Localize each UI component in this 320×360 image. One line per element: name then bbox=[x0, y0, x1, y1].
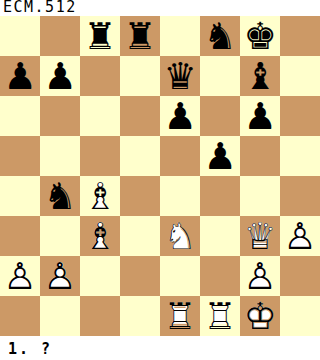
square-h7[interactable] bbox=[280, 56, 320, 96]
square-c3[interactable]: ♝♗ bbox=[80, 216, 120, 256]
square-a7[interactable]: ♟ bbox=[0, 56, 40, 96]
square-d4[interactable] bbox=[120, 176, 160, 216]
square-d1[interactable] bbox=[120, 296, 160, 336]
piece-white-pawn[interactable]: ♟♙ bbox=[40, 256, 80, 296]
square-c1[interactable] bbox=[80, 296, 120, 336]
piece-black-pawn[interactable]: ♟ bbox=[240, 96, 280, 136]
piece-glyph: ♟ bbox=[240, 96, 280, 136]
piece-black-bishop[interactable]: ♝ bbox=[240, 56, 280, 96]
square-c6[interactable] bbox=[80, 96, 120, 136]
piece-glyph-outline: ♙ bbox=[0, 256, 40, 296]
square-h1[interactable] bbox=[280, 296, 320, 336]
piece-glyph-outline: ♙ bbox=[240, 256, 280, 296]
piece-black-pawn[interactable]: ♟ bbox=[0, 56, 40, 96]
square-a3[interactable] bbox=[0, 216, 40, 256]
piece-glyph: ♟ bbox=[200, 136, 240, 176]
piece-white-bishop[interactable]: ♝♗ bbox=[80, 176, 120, 216]
square-b2[interactable]: ♟♙ bbox=[40, 256, 80, 296]
square-c2[interactable] bbox=[80, 256, 120, 296]
piece-glyph: ♞ bbox=[200, 16, 240, 56]
piece-white-bishop[interactable]: ♝♗ bbox=[80, 216, 120, 256]
square-f3[interactable] bbox=[200, 216, 240, 256]
piece-white-king[interactable]: ♚♔ bbox=[240, 296, 280, 336]
square-b7[interactable]: ♟ bbox=[40, 56, 80, 96]
square-g2[interactable]: ♟♙ bbox=[240, 256, 280, 296]
piece-white-pawn[interactable]: ♟♙ bbox=[280, 216, 320, 256]
move-prompt: 1. ? bbox=[0, 336, 320, 360]
piece-glyph-outline: ♔ bbox=[240, 296, 280, 336]
square-g1[interactable]: ♚♔ bbox=[240, 296, 280, 336]
piece-glyph-outline: ♙ bbox=[40, 256, 80, 296]
piece-black-rook[interactable]: ♜ bbox=[120, 16, 160, 56]
page-title: ECM.512 bbox=[0, 0, 320, 16]
square-e3[interactable]: ♞♘ bbox=[160, 216, 200, 256]
piece-black-knight[interactable]: ♞ bbox=[200, 16, 240, 56]
chess-board: ♜♜♞♚♟♟♛♝♟♟♟♞♝♗♝♗♞♘♛♕♟♙♟♙♟♙♟♙♜♖♜♖♚♔ bbox=[0, 16, 320, 336]
square-f7[interactable] bbox=[200, 56, 240, 96]
piece-glyph: ♟ bbox=[0, 56, 40, 96]
square-b8[interactable] bbox=[40, 16, 80, 56]
square-h2[interactable] bbox=[280, 256, 320, 296]
piece-glyph: ♟ bbox=[40, 56, 80, 96]
square-d5[interactable] bbox=[120, 136, 160, 176]
piece-black-king[interactable]: ♚ bbox=[240, 16, 280, 56]
square-c7[interactable] bbox=[80, 56, 120, 96]
square-a6[interactable] bbox=[0, 96, 40, 136]
piece-glyph: ♟ bbox=[160, 96, 200, 136]
square-e6[interactable]: ♟ bbox=[160, 96, 200, 136]
square-g4[interactable] bbox=[240, 176, 280, 216]
piece-black-pawn[interactable]: ♟ bbox=[40, 56, 80, 96]
square-a1[interactable] bbox=[0, 296, 40, 336]
square-e2[interactable] bbox=[160, 256, 200, 296]
piece-glyph-outline: ♗ bbox=[80, 216, 120, 256]
piece-glyph: ♛ bbox=[160, 56, 200, 96]
piece-white-rook[interactable]: ♜♖ bbox=[160, 296, 200, 336]
piece-glyph-outline: ♖ bbox=[160, 296, 200, 336]
square-e8[interactable] bbox=[160, 16, 200, 56]
piece-glyph: ♝ bbox=[240, 56, 280, 96]
piece-black-knight[interactable]: ♞ bbox=[40, 176, 80, 216]
square-d7[interactable] bbox=[120, 56, 160, 96]
square-d8[interactable]: ♜ bbox=[120, 16, 160, 56]
square-a5[interactable] bbox=[0, 136, 40, 176]
square-b1[interactable] bbox=[40, 296, 80, 336]
square-g6[interactable]: ♟ bbox=[240, 96, 280, 136]
piece-white-queen[interactable]: ♛♕ bbox=[240, 216, 280, 256]
square-e4[interactable] bbox=[160, 176, 200, 216]
square-d3[interactable] bbox=[120, 216, 160, 256]
square-h5[interactable] bbox=[280, 136, 320, 176]
piece-glyph-outline: ♕ bbox=[240, 216, 280, 256]
piece-black-rook[interactable]: ♜ bbox=[80, 16, 120, 56]
piece-glyph: ♜ bbox=[120, 16, 160, 56]
square-e7[interactable]: ♛ bbox=[160, 56, 200, 96]
square-e1[interactable]: ♜♖ bbox=[160, 296, 200, 336]
square-c8[interactable]: ♜ bbox=[80, 16, 120, 56]
square-a8[interactable] bbox=[0, 16, 40, 56]
chess-problem-app: ECM.512 ♜♜♞♚♟♟♛♝♟♟♟♞♝♗♝♗♞♘♛♕♟♙♟♙♟♙♟♙♜♖♜♖… bbox=[0, 0, 320, 360]
square-f5[interactable]: ♟ bbox=[200, 136, 240, 176]
piece-glyph-outline: ♙ bbox=[280, 216, 320, 256]
square-e5[interactable] bbox=[160, 136, 200, 176]
piece-glyph: ♞ bbox=[40, 176, 80, 216]
square-g7[interactable]: ♝ bbox=[240, 56, 280, 96]
piece-glyph-outline: ♗ bbox=[80, 176, 120, 216]
piece-white-pawn[interactable]: ♟♙ bbox=[0, 256, 40, 296]
piece-white-rook[interactable]: ♜♖ bbox=[200, 296, 240, 336]
square-h4[interactable] bbox=[280, 176, 320, 216]
square-a4[interactable] bbox=[0, 176, 40, 216]
square-b6[interactable] bbox=[40, 96, 80, 136]
square-g8[interactable]: ♚ bbox=[240, 16, 280, 56]
piece-black-queen[interactable]: ♛ bbox=[160, 56, 200, 96]
square-h8[interactable] bbox=[280, 16, 320, 56]
square-b5[interactable] bbox=[40, 136, 80, 176]
square-f8[interactable]: ♞ bbox=[200, 16, 240, 56]
square-h6[interactable] bbox=[280, 96, 320, 136]
piece-black-pawn[interactable]: ♟ bbox=[160, 96, 200, 136]
square-g5[interactable] bbox=[240, 136, 280, 176]
piece-glyph-outline: ♖ bbox=[200, 296, 240, 336]
square-f4[interactable] bbox=[200, 176, 240, 216]
piece-white-knight[interactable]: ♞♘ bbox=[160, 216, 200, 256]
square-f1[interactable]: ♜♖ bbox=[200, 296, 240, 336]
piece-glyph: ♚ bbox=[240, 16, 280, 56]
square-d2[interactable] bbox=[120, 256, 160, 296]
square-b4[interactable]: ♞ bbox=[40, 176, 80, 216]
square-d6[interactable] bbox=[120, 96, 160, 136]
piece-glyph: ♜ bbox=[80, 16, 120, 56]
square-f6[interactable] bbox=[200, 96, 240, 136]
square-c5[interactable] bbox=[80, 136, 120, 176]
piece-glyph-outline: ♘ bbox=[160, 216, 200, 256]
square-a2[interactable]: ♟♙ bbox=[0, 256, 40, 296]
piece-black-pawn[interactable]: ♟ bbox=[200, 136, 240, 176]
square-h3[interactable]: ♟♙ bbox=[280, 216, 320, 256]
square-c4[interactable]: ♝♗ bbox=[80, 176, 120, 216]
square-f2[interactable] bbox=[200, 256, 240, 296]
square-g3[interactable]: ♛♕ bbox=[240, 216, 280, 256]
square-b3[interactable] bbox=[40, 216, 80, 256]
piece-white-pawn[interactable]: ♟♙ bbox=[240, 256, 280, 296]
